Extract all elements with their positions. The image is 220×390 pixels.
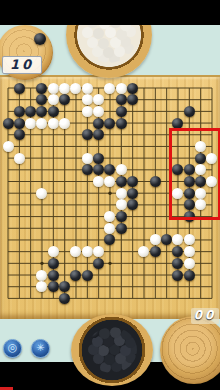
white-stone xyxy=(184,246,195,257)
top-black-bar xyxy=(0,0,220,25)
black-stone-on-lid xyxy=(34,33,46,45)
black-stone-bowl xyxy=(71,314,153,386)
black-stone xyxy=(93,118,104,129)
white-stone xyxy=(36,270,47,281)
white-stone xyxy=(82,153,93,164)
black-stone xyxy=(127,188,138,199)
white-stone xyxy=(59,118,70,129)
black-stone xyxy=(116,211,127,222)
black-stone xyxy=(184,270,195,281)
white-stone xyxy=(93,106,104,117)
capture-counter-top: 10 xyxy=(2,56,42,74)
black-stone xyxy=(116,106,127,117)
black-stone xyxy=(14,83,25,94)
black-stone xyxy=(48,106,59,117)
black-stone xyxy=(93,153,104,164)
black-stone xyxy=(150,246,161,257)
black-stone xyxy=(70,270,81,281)
capture-counter-bottom: 00 xyxy=(191,308,219,324)
black-stone xyxy=(116,176,127,187)
black-stone xyxy=(48,281,59,292)
black-stone xyxy=(14,118,25,129)
black-stone xyxy=(59,293,70,304)
black-stone xyxy=(14,106,25,117)
white-stone xyxy=(3,141,14,152)
black-stone xyxy=(36,83,47,94)
black-stone xyxy=(82,270,93,281)
black-stone xyxy=(184,106,195,117)
white-stone xyxy=(59,83,70,94)
black-stone xyxy=(116,223,127,234)
white-stone xyxy=(116,188,127,199)
burst-button[interactable]: ✳ xyxy=(31,339,50,358)
white-stone xyxy=(82,246,93,257)
white-stone xyxy=(82,94,93,105)
white-stone xyxy=(70,83,81,94)
black-stones xyxy=(88,327,99,338)
black-stone xyxy=(48,258,59,269)
black-stone-pile xyxy=(87,327,137,373)
target-button[interactable]: ◎ xyxy=(3,339,22,358)
white-stone xyxy=(82,83,93,94)
go-app-screen: 10 ◎ ✳ 00 xyxy=(0,0,220,390)
black-stone xyxy=(116,94,127,105)
highlight-rectangle xyxy=(169,128,220,220)
black-stone xyxy=(3,118,14,129)
white-stone xyxy=(48,118,59,129)
black-stone xyxy=(82,129,93,140)
black-stone xyxy=(127,83,138,94)
white-stone xyxy=(48,83,59,94)
black-stone xyxy=(150,176,161,187)
white-stone xyxy=(48,94,59,105)
white-stone xyxy=(25,118,36,129)
black-stone xyxy=(172,270,183,281)
white-stone xyxy=(184,258,195,269)
black-stone xyxy=(25,106,36,117)
black-stone xyxy=(14,129,25,140)
bowl-lid-bottom-right xyxy=(160,316,220,384)
white-stone xyxy=(116,83,127,94)
white-stone xyxy=(14,153,25,164)
black-stone xyxy=(93,258,104,269)
black-stone xyxy=(48,270,59,281)
black-stone xyxy=(116,118,127,129)
white-stone xyxy=(104,83,115,94)
go-board[interactable] xyxy=(0,75,220,319)
white-stone xyxy=(48,246,59,257)
white-stone xyxy=(82,106,93,117)
